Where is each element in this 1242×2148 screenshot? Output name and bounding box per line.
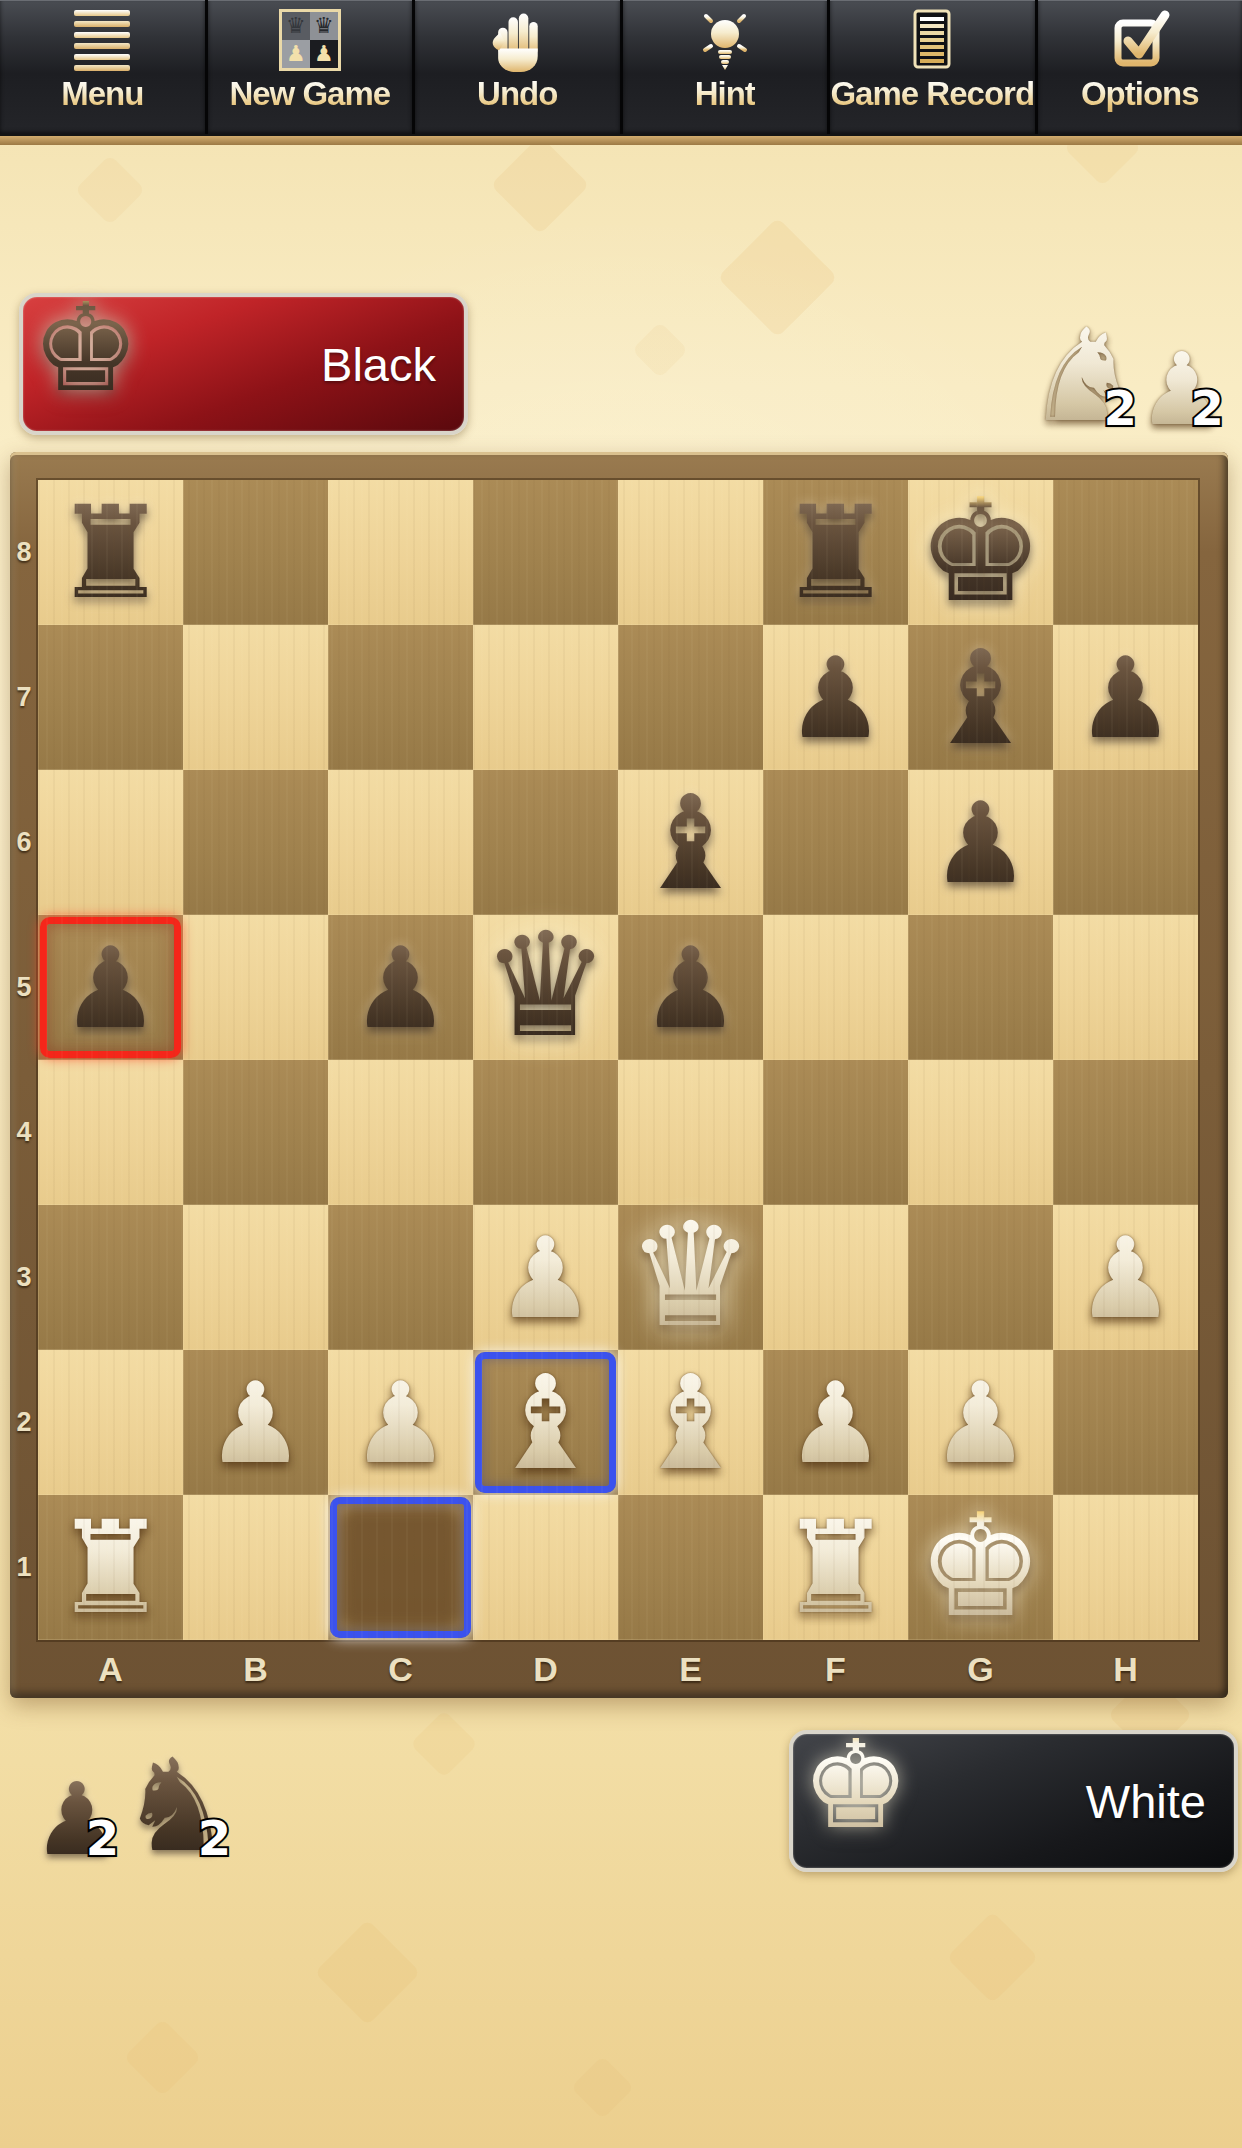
square-b4[interactable] — [183, 1060, 328, 1205]
square-g4[interactable] — [908, 1060, 1053, 1205]
square-e2[interactable]: ♝ — [618, 1350, 763, 1495]
square-e6[interactable]: ♝ — [618, 770, 763, 915]
piece-white-pawn-f2[interactable]: ♟ — [763, 1350, 908, 1495]
square-c3[interactable] — [328, 1205, 473, 1350]
diamond-decor — [124, 2019, 202, 2097]
square-e1[interactable] — [618, 1495, 763, 1640]
new-game-icon: ♛♛ ♟♟ — [279, 5, 341, 75]
square-g1[interactable]: ♚ — [908, 1495, 1053, 1640]
black-captured-tray: ♞2♟2 — [1025, 282, 1224, 440]
square-g3[interactable] — [908, 1205, 1053, 1350]
square-h8[interactable] — [1053, 480, 1198, 625]
piece-white-pawn-h3[interactable]: ♟ — [1053, 1205, 1198, 1350]
square-g5[interactable] — [908, 915, 1053, 1060]
square-h4[interactable] — [1053, 1060, 1198, 1205]
white-player-badge: ♚ White — [789, 1730, 1238, 1872]
captured-white-knight-count: 2 — [1104, 380, 1137, 436]
square-g6[interactable]: ♟ — [908, 770, 1053, 915]
piece-black-bishop-e6[interactable]: ♝ — [618, 770, 763, 915]
square-h2[interactable] — [1053, 1350, 1198, 1495]
white-player-label: White — [1086, 1774, 1234, 1829]
square-a4[interactable] — [38, 1060, 183, 1205]
diamond-decor — [571, 2056, 635, 2120]
square-f3[interactable] — [763, 1205, 908, 1350]
toolbar: Menu ♛♛ ♟♟ New Game — [0, 0, 1242, 134]
square-e5[interactable]: ♟ — [618, 915, 763, 1060]
square-c4[interactable] — [328, 1060, 473, 1205]
piece-black-queen-d5[interactable]: ♛ — [473, 909, 618, 1060]
square-b5[interactable] — [183, 915, 328, 1060]
square-c1[interactable] — [328, 1495, 473, 1640]
file-label-d: D — [473, 1640, 618, 1698]
square-h7[interactable]: ♟ — [1053, 625, 1198, 770]
rank-label-5: 5 — [10, 915, 38, 1060]
toolbar-divider — [0, 134, 1242, 145]
square-f1[interactable]: ♜ — [763, 1495, 908, 1640]
piece-white-bishop-e2[interactable]: ♝ — [618, 1350, 763, 1495]
square-a6[interactable] — [38, 770, 183, 915]
rank-label-1: 1 — [10, 1495, 38, 1640]
square-f2[interactable]: ♟ — [763, 1350, 908, 1495]
menu-icon — [74, 5, 130, 75]
square-d3[interactable]: ♟ — [473, 1205, 618, 1350]
square-g2[interactable]: ♟ — [908, 1350, 1053, 1495]
app-screen: Menu ♛♛ ♟♟ New Game — [0, 0, 1242, 2148]
square-d8[interactable] — [473, 480, 618, 625]
piece-white-rook-f1[interactable]: ♜ — [763, 1495, 908, 1640]
square-c6[interactable] — [328, 770, 473, 915]
piece-white-pawn-b2[interactable]: ♟ — [183, 1350, 328, 1495]
chess-board: 87654321 ♜♜♚♟♝♟♝♟♟♟♛♟♟♛♟♟♟♝♝♟♟♜♜♚ ABCDEF… — [10, 452, 1228, 1698]
rank-label-4: 4 — [10, 1060, 38, 1205]
diamond-decor — [632, 322, 689, 379]
piece-white-pawn-d3[interactable]: ♟ — [473, 1205, 618, 1350]
white-king-icon: ♚ — [801, 1712, 910, 1858]
square-h1[interactable] — [1053, 1495, 1198, 1640]
piece-white-bishop-d2[interactable]: ♝ — [473, 1350, 618, 1495]
rank-labels: 87654321 — [10, 480, 38, 1640]
square-e3[interactable]: ♛ — [618, 1205, 763, 1350]
square-a5[interactable]: ♟ — [38, 915, 183, 1060]
square-g7[interactable]: ♝ — [908, 625, 1053, 770]
game-record-button-label: Game Record — [830, 75, 1034, 113]
undo-button-label: Undo — [477, 75, 557, 113]
square-a3[interactable] — [38, 1205, 183, 1350]
file-label-f: F — [763, 1640, 908, 1698]
file-label-c: C — [328, 1640, 473, 1698]
captured-white-pawn-count: 2 — [1191, 380, 1224, 436]
undo-icon — [485, 5, 549, 75]
square-a8[interactable]: ♜ — [38, 480, 183, 625]
diamond-decor — [314, 1919, 420, 2025]
menu-button[interactable]: Menu — [0, 0, 205, 134]
square-c2[interactable]: ♟ — [328, 1350, 473, 1495]
diamond-decor — [410, 1710, 478, 1778]
board-squares: ♜♜♚♟♝♟♝♟♟♟♛♟♟♛♟♟♟♝♝♟♟♜♜♚ — [38, 480, 1198, 1640]
square-d7[interactable] — [473, 625, 618, 770]
white-captured-tray: ♟2♞2 — [32, 1702, 231, 1870]
piece-white-king-g1[interactable]: ♚ — [908, 1491, 1053, 1640]
file-label-a: A — [38, 1640, 183, 1698]
new-game-button[interactable]: ♛♛ ♟♟ New Game — [208, 0, 413, 134]
options-icon — [1108, 5, 1172, 75]
piece-white-rook-a1[interactable]: ♜ — [38, 1495, 183, 1640]
hint-button[interactable]: Hint — [623, 0, 828, 134]
menu-button-label: Menu — [61, 75, 143, 113]
rank-label-3: 3 — [10, 1205, 38, 1350]
square-a1[interactable]: ♜ — [38, 1495, 183, 1640]
file-label-b: B — [183, 1640, 328, 1698]
square-d6[interactable] — [473, 770, 618, 915]
square-a7[interactable] — [38, 625, 183, 770]
square-b2[interactable]: ♟ — [183, 1350, 328, 1495]
game-record-icon — [900, 5, 964, 75]
piece-black-king-g8[interactable]: ♚ — [908, 476, 1053, 625]
diamond-decor — [947, 1912, 1039, 2004]
square-b7[interactable] — [183, 625, 328, 770]
file-label-h: H — [1053, 1640, 1198, 1698]
square-d1[interactable] — [473, 1495, 618, 1640]
square-c7[interactable] — [328, 625, 473, 770]
piece-black-pawn-g6[interactable]: ♟ — [908, 770, 1053, 915]
diamond-decor — [75, 155, 146, 226]
square-e4[interactable] — [618, 1060, 763, 1205]
undo-button[interactable]: Undo — [415, 0, 620, 134]
options-button[interactable]: Options — [1038, 0, 1242, 134]
piece-black-pawn-e5[interactable]: ♟ — [618, 915, 763, 1060]
piece-black-pawn-h7[interactable]: ♟ — [1053, 625, 1198, 770]
square-c8[interactable] — [328, 480, 473, 625]
diamond-decor — [717, 217, 837, 337]
diamond-decor — [491, 136, 590, 235]
square-e7[interactable] — [618, 625, 763, 770]
black-player-label: Black — [321, 337, 464, 392]
square-b1[interactable] — [183, 1495, 328, 1640]
rank-label-6: 6 — [10, 770, 38, 915]
square-d5[interactable]: ♛ — [473, 915, 618, 1060]
square-b3[interactable] — [183, 1205, 328, 1350]
game-record-button[interactable]: Game Record — [830, 0, 1035, 134]
square-h6[interactable] — [1053, 770, 1198, 915]
square-f5[interactable] — [763, 915, 908, 1060]
square-d4[interactable] — [473, 1060, 618, 1205]
square-e8[interactable] — [618, 480, 763, 625]
rank-label-7: 7 — [10, 625, 38, 770]
square-a2[interactable] — [38, 1350, 183, 1495]
square-g8[interactable]: ♚ — [908, 480, 1053, 625]
captured-black-knight-count: 2 — [198, 1810, 231, 1866]
square-b8[interactable] — [183, 480, 328, 625]
piece-white-pawn-c2[interactable]: ♟ — [328, 1350, 473, 1495]
square-f4[interactable] — [763, 1060, 908, 1205]
hint-icon — [693, 5, 757, 75]
square-f7[interactable]: ♟ — [763, 625, 908, 770]
piece-black-bishop-g7[interactable]: ♝ — [908, 625, 1053, 770]
file-label-g: G — [908, 1640, 1053, 1698]
piece-black-rook-f8[interactable]: ♜ — [763, 480, 908, 625]
rank-label-2: 2 — [10, 1350, 38, 1495]
piece-black-pawn-c5[interactable]: ♟ — [328, 915, 473, 1060]
piece-white-queen-e3[interactable]: ♛ — [618, 1199, 763, 1350]
square-f8[interactable]: ♜ — [763, 480, 908, 625]
square-h3[interactable]: ♟ — [1053, 1205, 1198, 1350]
captured-black-pawn-count: 2 — [86, 1810, 119, 1866]
piece-white-pawn-g2[interactable]: ♟ — [908, 1350, 1053, 1495]
square-h5[interactable] — [1053, 915, 1198, 1060]
rank-label-8: 8 — [10, 480, 38, 625]
file-labels: ABCDEFGH — [38, 1640, 1198, 1698]
square-c5[interactable]: ♟ — [328, 915, 473, 1060]
options-button-label: Options — [1081, 75, 1199, 113]
piece-black-pawn-f7[interactable]: ♟ — [763, 625, 908, 770]
piece-black-rook-a8[interactable]: ♜ — [38, 480, 183, 625]
black-player-badge: ♚ Black — [19, 293, 468, 435]
square-f6[interactable] — [763, 770, 908, 915]
hint-button-label: Hint — [695, 75, 755, 113]
square-d2[interactable]: ♝ — [473, 1350, 618, 1495]
file-label-e: E — [618, 1640, 763, 1698]
black-king-icon: ♚ — [31, 275, 140, 421]
new-game-button-label: New Game — [229, 75, 390, 113]
square-b6[interactable] — [183, 770, 328, 915]
piece-black-pawn-a5[interactable]: ♟ — [38, 915, 183, 1060]
